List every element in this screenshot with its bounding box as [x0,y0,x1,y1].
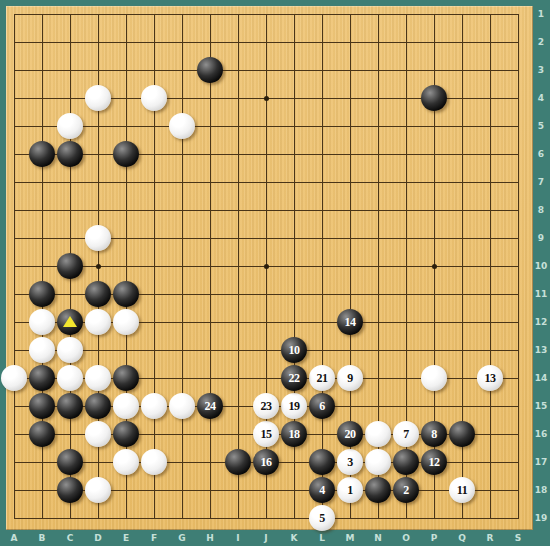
row-label: 10 [535,261,548,271]
stone-white [365,421,391,447]
stone-white [85,85,111,111]
stone-black-move-4: 4 [309,477,335,503]
stone-black-move-18: 18 [281,421,307,447]
stone-white-move-9: 9 [337,365,363,391]
stone-white [85,309,111,335]
stone-black [57,393,83,419]
row-label: 19 [535,513,548,523]
stone-black [421,85,447,111]
col-label: J [264,533,267,543]
col-label: Q [458,533,466,543]
stone-black-move-12: 12 [421,449,447,475]
stone-white [113,393,139,419]
grid-line [14,350,519,351]
col-label: M [346,533,355,543]
row-label: 6 [538,149,544,159]
col-label: O [402,533,410,543]
stone-white [421,365,447,391]
stone-white-move-7: 7 [393,421,419,447]
row-label: 16 [535,429,548,439]
row-label: 15 [535,401,548,411]
row-label: 14 [535,373,548,383]
stone-black [449,421,475,447]
stone-black [29,393,55,419]
stone-white [365,449,391,475]
row-label: 13 [535,345,548,355]
grid-line [14,518,519,519]
grid-line [518,14,519,519]
row-label: 3 [538,65,544,75]
stone-black-move-16: 16 [253,449,279,475]
stone-white [113,449,139,475]
hoshi-point [264,96,269,101]
col-label: N [374,533,382,543]
col-label: F [151,533,157,543]
stone-black-move-8: 8 [421,421,447,447]
stone-black [113,141,139,167]
stone-black [57,449,83,475]
stone-white-move-19: 19 [281,393,307,419]
stone-white-move-13: 13 [477,365,503,391]
stone-black [365,477,391,503]
stone-black [29,281,55,307]
go-board-app: ABCDEFGHIJKLMNOPQRS123456789101112131415… [0,0,550,546]
col-label: B [39,533,46,543]
col-label: R [487,533,494,543]
stone-white-move-3: 3 [337,449,363,475]
stone-black-move-24: 24 [197,393,223,419]
triangle-marker [63,316,77,327]
stone-white-move-11: 11 [449,477,475,503]
row-label: 17 [535,457,548,467]
hoshi-point [432,264,437,269]
col-label: P [431,533,438,543]
stone-white [169,113,195,139]
stone-white [113,309,139,335]
stone-black-move-14: 14 [337,309,363,335]
stone-black [113,421,139,447]
stone-white [141,449,167,475]
row-label: 12 [535,317,548,327]
stone-white [57,365,83,391]
stone-black [197,57,223,83]
row-label: 9 [538,233,544,243]
stone-white [29,337,55,363]
stone-black [113,281,139,307]
stone-white [141,393,167,419]
col-label: S [515,533,521,543]
stone-white-move-1: 1 [337,477,363,503]
row-label: 11 [535,289,548,299]
stone-white [141,85,167,111]
stone-white [85,225,111,251]
stone-white-move-5: 5 [309,505,335,531]
row-label: 1 [538,9,544,19]
stone-black-move-20: 20 [337,421,363,447]
hoshi-point [264,264,269,269]
stone-black [393,449,419,475]
stone-white [85,365,111,391]
grid-line [322,14,323,519]
col-label: L [319,533,325,543]
stone-white [57,337,83,363]
stone-black [309,449,335,475]
stone-black [85,281,111,307]
stone-black [225,449,251,475]
stone-black [57,309,83,335]
stone-white [1,365,27,391]
row-label: 4 [538,93,544,103]
stone-black [113,365,139,391]
stone-black-move-10: 10 [281,337,307,363]
stone-white [85,477,111,503]
stone-white-move-21: 21 [309,365,335,391]
col-label: H [206,533,214,543]
stone-black [57,141,83,167]
col-label: I [236,533,239,543]
col-label: A [11,533,18,543]
row-label: 5 [538,121,544,131]
hoshi-point [96,264,101,269]
stone-black [57,253,83,279]
row-label: 8 [538,205,544,215]
stone-white-move-23: 23 [253,393,279,419]
row-label: 2 [538,37,544,47]
row-label: 18 [535,485,548,495]
stone-black-move-2: 2 [393,477,419,503]
col-label: C [67,533,74,543]
stone-white-move-15: 15 [253,421,279,447]
stone-white [57,113,83,139]
stone-white [169,393,195,419]
stone-black [29,421,55,447]
stone-black [29,141,55,167]
stone-black [85,393,111,419]
stone-black [57,477,83,503]
row-label: 7 [538,177,544,187]
grid-line [490,14,491,519]
stone-white [85,421,111,447]
col-label: E [123,533,129,543]
col-label: G [178,533,185,543]
stone-white [29,309,55,335]
col-label: D [94,533,101,543]
stone-black [29,365,55,391]
stone-black-move-22: 22 [281,365,307,391]
col-label: K [291,533,298,543]
stone-black-move-6: 6 [309,393,335,419]
